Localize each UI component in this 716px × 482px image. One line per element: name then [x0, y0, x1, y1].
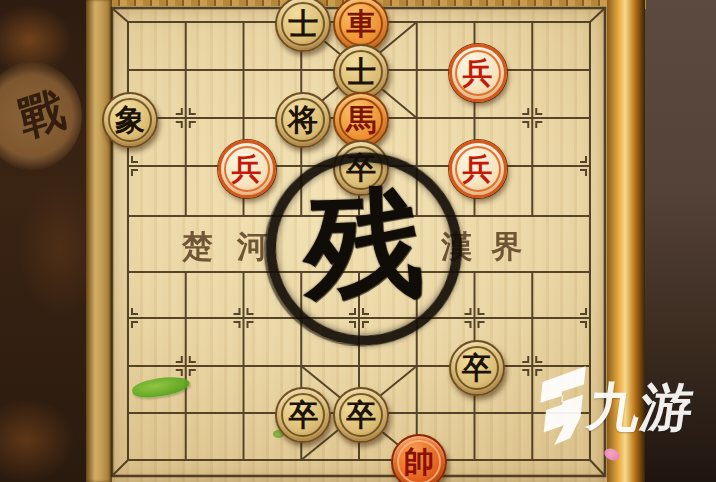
piece-character: 帥 — [404, 447, 434, 477]
river-label-right: 漢界 — [441, 226, 541, 268]
piece-black-soldier-2[interactable]: 卒 — [449, 340, 505, 396]
piece-character: 卒 — [462, 353, 492, 383]
piece-black-general[interactable]: 将 — [275, 92, 331, 148]
piece-black-soldier-4[interactable]: 卒 — [333, 387, 389, 443]
piece-red-king[interactable]: 帥 — [391, 434, 447, 482]
piece-character: 馬 — [346, 105, 376, 135]
piece-black-elephant[interactable]: 象 — [102, 92, 158, 148]
piece-red-soldier-1[interactable]: 兵 — [449, 44, 507, 102]
piece-character: 兵 — [463, 154, 493, 184]
piece-red-soldier-2[interactable]: 兵 — [218, 140, 276, 198]
piece-black-soldier-3[interactable]: 卒 — [275, 387, 331, 443]
piece-character: 卒 — [288, 400, 318, 430]
piece-character: 卒 — [346, 153, 376, 183]
piece-character: 卒 — [346, 400, 376, 430]
xiangqi-endgame-screen: 戰 楚河 漢界 士車士兵象将馬兵卒兵卒卒卒帥 残 九游 — [0, 0, 716, 482]
piece-character: 兵 — [463, 58, 493, 88]
piece-character: 象 — [115, 105, 145, 135]
piece-red-soldier-3[interactable]: 兵 — [449, 140, 507, 198]
piece-character: 車 — [346, 9, 376, 39]
river-label-left: 楚河 — [182, 226, 292, 268]
piece-black-soldier-1[interactable]: 卒 — [333, 140, 389, 196]
piece-character: 兵 — [232, 154, 262, 184]
piece-character: 士 — [346, 57, 376, 87]
piece-character: 将 — [288, 105, 318, 135]
piece-character: 士 — [288, 9, 318, 39]
